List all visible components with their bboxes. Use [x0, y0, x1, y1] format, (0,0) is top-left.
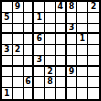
cell-r8c4[interactable] — [34, 77, 45, 88]
cell-r4c3[interactable] — [24, 34, 35, 45]
cell-r4c4[interactable]: 6 — [34, 34, 45, 45]
cell-r8c8[interactable] — [77, 77, 88, 88]
cell-r9c8[interactable] — [77, 88, 88, 99]
cell-r4c7[interactable] — [67, 34, 78, 45]
cell-r1c8[interactable] — [77, 2, 88, 13]
cell-r7c6[interactable] — [56, 67, 67, 78]
given-digit: 1 — [36, 14, 42, 22]
cell-r1c3[interactable] — [24, 2, 35, 13]
given-digit: 6 — [25, 78, 31, 86]
cell-r7c5[interactable]: 2 — [45, 67, 56, 78]
cell-r7c3[interactable] — [24, 67, 35, 78]
cell-r6c4[interactable]: 3 — [34, 56, 45, 67]
given-digit: 3 — [4, 46, 10, 54]
cell-r6c7[interactable] — [67, 56, 78, 67]
cell-r3c9[interactable] — [88, 24, 99, 35]
cell-r8c2[interactable] — [13, 77, 24, 88]
given-digit: 1 — [80, 35, 86, 43]
cell-r4c8[interactable]: 1 — [77, 34, 88, 45]
cell-r4c1[interactable] — [2, 34, 13, 45]
cell-r7c4[interactable] — [34, 67, 45, 78]
cell-r8c5[interactable]: 8 — [45, 77, 56, 88]
cell-r3c2[interactable] — [13, 24, 24, 35]
cell-r9c9[interactable] — [88, 88, 99, 99]
sudoku-board: 94825136132329681 — [0, 0, 101, 101]
cell-r6c6[interactable] — [56, 56, 67, 67]
given-digit: 4 — [57, 3, 63, 11]
cell-r2c6[interactable] — [56, 13, 67, 24]
cell-r7c7[interactable]: 9 — [67, 67, 78, 78]
cell-r4c5[interactable] — [45, 34, 56, 45]
cell-r5c7[interactable] — [67, 45, 78, 56]
cell-r9c5[interactable] — [45, 88, 56, 99]
cell-r3c8[interactable] — [77, 24, 88, 35]
given-digit: 2 — [91, 3, 97, 11]
cell-r6c9[interactable] — [88, 56, 99, 67]
cell-r8c3[interactable]: 6 — [24, 77, 35, 88]
cell-r9c3[interactable] — [24, 88, 35, 99]
cell-r7c2[interactable] — [13, 67, 24, 78]
cell-r1c1[interactable] — [2, 2, 13, 13]
cell-r2c5[interactable] — [45, 13, 56, 24]
cell-r6c8[interactable] — [77, 56, 88, 67]
cell-r1c9[interactable]: 2 — [88, 2, 99, 13]
cell-r8c6[interactable] — [56, 77, 67, 88]
given-digit: 8 — [69, 3, 75, 11]
cell-r9c2[interactable] — [13, 88, 24, 99]
cell-r2c2[interactable] — [13, 13, 24, 24]
cell-r3c7[interactable]: 3 — [67, 24, 78, 35]
given-digit: 5 — [4, 14, 10, 22]
cell-r8c7[interactable] — [67, 77, 78, 88]
cell-r5c2[interactable]: 2 — [13, 45, 24, 56]
cell-r8c1[interactable] — [2, 77, 13, 88]
cell-r7c9[interactable] — [88, 67, 99, 78]
cell-r1c4[interactable] — [34, 2, 45, 13]
cell-r7c8[interactable] — [77, 67, 88, 78]
cell-r2c4[interactable]: 1 — [34, 13, 45, 24]
cell-r5c3[interactable] — [24, 45, 35, 56]
cell-r3c1[interactable] — [2, 24, 13, 35]
cell-r4c2[interactable] — [13, 34, 24, 45]
cell-r6c5[interactable] — [45, 56, 56, 67]
cell-r8c9[interactable] — [88, 77, 99, 88]
cell-r5c8[interactable] — [77, 45, 88, 56]
given-digit: 2 — [15, 46, 21, 54]
cell-r1c5[interactable] — [45, 2, 56, 13]
cell-r5c9[interactable] — [88, 45, 99, 56]
cell-r6c1[interactable] — [2, 56, 13, 67]
given-digit: 9 — [69, 68, 75, 76]
cell-r3c5[interactable] — [45, 24, 56, 35]
given-digit: 8 — [47, 78, 53, 86]
cell-r5c1[interactable]: 3 — [2, 45, 13, 56]
cell-r6c3[interactable] — [24, 56, 35, 67]
cell-r9c4[interactable] — [34, 88, 45, 99]
cell-r1c7[interactable]: 8 — [67, 2, 78, 13]
given-digit: 1 — [4, 90, 10, 98]
cell-r5c6[interactable] — [56, 45, 67, 56]
cell-r1c2[interactable]: 9 — [13, 2, 24, 13]
cell-r2c8[interactable] — [77, 13, 88, 24]
given-digit: 6 — [36, 35, 42, 43]
cell-r6c2[interactable] — [13, 56, 24, 67]
cell-r2c3[interactable] — [24, 13, 35, 24]
cell-r5c5[interactable] — [45, 45, 56, 56]
cell-r9c1[interactable]: 1 — [2, 88, 13, 99]
given-digit: 3 — [69, 24, 75, 32]
cell-r9c6[interactable] — [56, 88, 67, 99]
given-digit: 9 — [15, 3, 21, 11]
cell-r3c6[interactable] — [56, 24, 67, 35]
cell-r4c9[interactable] — [88, 34, 99, 45]
cell-r3c3[interactable] — [24, 24, 35, 35]
cell-r9c7[interactable] — [67, 88, 78, 99]
cell-r7c1[interactable] — [2, 67, 13, 78]
given-digit: 3 — [36, 56, 42, 64]
given-digit: 2 — [47, 68, 53, 76]
cell-r4c6[interactable] — [56, 34, 67, 45]
cell-r5c4[interactable] — [34, 45, 45, 56]
cell-r2c7[interactable] — [67, 13, 78, 24]
cell-r2c9[interactable] — [88, 13, 99, 24]
cell-r2c1[interactable]: 5 — [2, 13, 13, 24]
cell-r3c4[interactable] — [34, 24, 45, 35]
cell-r1c6[interactable]: 4 — [56, 2, 67, 13]
